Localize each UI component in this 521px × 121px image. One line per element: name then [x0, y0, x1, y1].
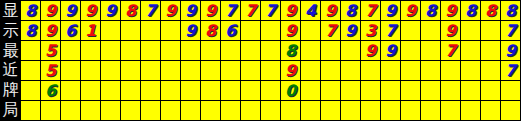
grid-cell-r6c9 — [181, 101, 201, 121]
grid-cell-r3c21 — [421, 41, 441, 61]
grid-cell-r1c1: 8 — [21, 1, 41, 21]
grid-cell-r1c15: 4 — [301, 1, 321, 21]
grid-cell-r6c10 — [201, 101, 221, 121]
grid-cell-r3c2: 5 — [41, 41, 61, 61]
grid-cell-r2c22: 9 — [441, 21, 461, 41]
grid-cell-r6c22 — [441, 101, 461, 121]
grid-cell-r3c24 — [481, 41, 501, 61]
grid-cell-r6c18 — [361, 101, 381, 121]
grid-cell-r2c20 — [401, 21, 421, 41]
grid-cell-r6c16 — [321, 101, 341, 121]
grid-cell-r5c3 — [61, 81, 81, 101]
recent-results-board: 显示最近牌局 899998799977794987998988889619869… — [0, 0, 521, 121]
grid-cell-r1c16: 9 — [321, 1, 341, 21]
grid-cell-r2c11: 6 — [221, 21, 241, 41]
grid-cell-r1c19: 9 — [381, 1, 401, 21]
grid-cell-r2c10: 8 — [201, 21, 221, 41]
grid-cell-r1c20: 9 — [401, 1, 421, 21]
board-title-char-5: 牌 — [0, 80, 21, 100]
grid-cell-r2c5 — [101, 21, 121, 41]
grid-cell-r5c7 — [141, 81, 161, 101]
grid-cell-r5c16 — [321, 81, 341, 101]
grid-cell-r6c11 — [221, 101, 241, 121]
grid-cell-r1c4: 9 — [81, 1, 101, 21]
grid-cell-r3c18: 9 — [361, 41, 381, 61]
grid-cell-r4c11 — [221, 61, 241, 81]
grid-cell-r4c13 — [261, 61, 281, 81]
grid-cell-r2c23 — [461, 21, 481, 41]
grid-cell-r2c15 — [301, 21, 321, 41]
grid-cell-r4c18 — [361, 61, 381, 81]
grid-cell-r4c6 — [121, 61, 141, 81]
grid-cell-r6c8 — [161, 101, 181, 121]
grid-cell-r1c14: 9 — [281, 1, 301, 21]
grid-cell-r1c9: 9 — [181, 1, 201, 21]
grid-cell-r4c10 — [201, 61, 221, 81]
grid-cell-r1c25: 8 — [501, 1, 521, 21]
grid-cell-r6c3 — [61, 101, 81, 121]
grid-cell-r2c25: 7 — [501, 21, 521, 41]
grid-cell-r4c7 — [141, 61, 161, 81]
grid-cell-r2c3: 6 — [61, 21, 81, 41]
grid-cell-r3c20 — [401, 41, 421, 61]
grid-cell-r1c23: 8 — [461, 1, 481, 21]
grid-cell-r3c5 — [101, 41, 121, 61]
grid-cell-r3c1 — [21, 41, 41, 61]
grid-cell-r3c7 — [141, 41, 161, 61]
grid-cell-r4c25: 7 — [501, 61, 521, 81]
grid-cell-r1c17: 8 — [341, 1, 361, 21]
board-title-char-6: 局 — [0, 100, 21, 120]
grid-cell-r3c9 — [181, 41, 201, 61]
grid-cell-r6c13 — [261, 101, 281, 121]
grid-cell-r1c10: 9 — [201, 1, 221, 21]
grid-cell-r2c21 — [421, 21, 441, 41]
grid-cell-r2c1: 8 — [21, 21, 41, 41]
grid-cell-r5c8 — [161, 81, 181, 101]
grid-cell-r5c20 — [401, 81, 421, 101]
grid-cell-r2c24 — [481, 21, 501, 41]
grid-cell-r5c18 — [361, 81, 381, 101]
grid-cell-r3c12 — [241, 41, 261, 61]
grid-cell-r2c13 — [261, 21, 281, 41]
grid-cell-r2c2: 9 — [41, 21, 61, 41]
grid-cell-r1c18: 7 — [361, 1, 381, 21]
grid-cell-r4c5 — [101, 61, 121, 81]
grid-cell-r5c15 — [301, 81, 321, 101]
grid-cell-r5c11 — [221, 81, 241, 101]
grid-cell-r4c9 — [181, 61, 201, 81]
grid-cell-r6c15 — [301, 101, 321, 121]
grid-cell-r3c16 — [321, 41, 341, 61]
board-title-char-1: 显 — [0, 1, 21, 21]
grid-cell-r4c23 — [461, 61, 481, 81]
grid-cell-r1c7: 7 — [141, 1, 161, 21]
grid-cell-r6c6 — [121, 101, 141, 121]
grid-cell-r4c16 — [321, 61, 341, 81]
grid-cell-r5c2: 6 — [41, 81, 61, 101]
grid-cell-r6c14 — [281, 101, 301, 121]
grid-cell-r5c6 — [121, 81, 141, 101]
grid-cell-r5c1 — [21, 81, 41, 101]
grid-cell-r4c1 — [21, 61, 41, 81]
grid-cell-r5c23 — [461, 81, 481, 101]
grid-cell-r3c3 — [61, 41, 81, 61]
grid-cell-r2c16: 7 — [321, 21, 341, 41]
grid-cell-r5c17 — [341, 81, 361, 101]
grid-cell-r6c25 — [501, 101, 521, 121]
grid-cell-r1c12: 7 — [241, 1, 261, 21]
grid-cell-r3c17 — [341, 41, 361, 61]
grid-cell-r2c4: 1 — [81, 21, 101, 41]
grid-cell-r6c23 — [461, 101, 481, 121]
grid-cell-r4c14: 9 — [281, 61, 301, 81]
grid-cell-r4c22 — [441, 61, 461, 81]
grid-cell-r5c25 — [501, 81, 521, 101]
grid-cell-r2c19: 7 — [381, 21, 401, 41]
grid-cell-r2c7 — [141, 21, 161, 41]
grid-cell-r6c24 — [481, 101, 501, 121]
grid-cell-r3c10 — [201, 41, 221, 61]
grid-cell-r5c21 — [421, 81, 441, 101]
board-title-char-3: 最 — [0, 41, 21, 61]
grid-cell-r3c6 — [121, 41, 141, 61]
grid-cell-r2c12 — [241, 21, 261, 41]
grid-cell-r4c19 — [381, 61, 401, 81]
grid-cell-r2c8 — [161, 21, 181, 41]
grid-cell-r1c5: 9 — [101, 1, 121, 21]
grid-cell-r6c5 — [101, 101, 121, 121]
grid-cell-r2c14: 9 — [281, 21, 301, 41]
grid-cell-r6c17 — [341, 101, 361, 121]
grid-cell-r3c13 — [261, 41, 281, 61]
grid-cell-r4c12 — [241, 61, 261, 81]
grid-cell-r1c2: 9 — [41, 1, 61, 21]
grid-cell-r5c14: 0 — [281, 81, 301, 101]
grid-cell-r6c1 — [21, 101, 41, 121]
grid-cell-r1c8: 9 — [161, 1, 181, 21]
grid-cell-r3c22: 7 — [441, 41, 461, 61]
grid-cell-r5c9 — [181, 81, 201, 101]
grid-cell-r4c8 — [161, 61, 181, 81]
grid-cell-r3c25: 9 — [501, 41, 521, 61]
grid-cell-r5c13 — [261, 81, 281, 101]
grid-cell-r1c13: 7 — [261, 1, 281, 21]
grid-cell-r1c3: 9 — [61, 1, 81, 21]
grid-cell-r1c6: 8 — [121, 1, 141, 21]
grid-cell-r6c2 — [41, 101, 61, 121]
board-title-char-2: 示 — [0, 21, 21, 41]
grid-cell-r6c7 — [141, 101, 161, 121]
grid-cell-r5c12 — [241, 81, 261, 101]
grid-cell-r6c21 — [421, 101, 441, 121]
grid-cell-r6c19 — [381, 101, 401, 121]
grid-cell-r5c5 — [101, 81, 121, 101]
grid-cell-r1c24: 8 — [481, 1, 501, 21]
grid-cell-r2c18: 3 — [361, 21, 381, 41]
grid-cell-r3c4 — [81, 41, 101, 61]
grid-cell-r3c8 — [161, 41, 181, 61]
grid-cell-r5c19 — [381, 81, 401, 101]
grid-cell-r1c11: 7 — [221, 1, 241, 21]
grid-cell-r2c6 — [121, 21, 141, 41]
grid-cell-r4c20 — [401, 61, 421, 81]
grid-cell-r3c15 — [301, 41, 321, 61]
grid-cell-r1c21: 8 — [421, 1, 441, 21]
grid-cell-r1c22: 9 — [441, 1, 461, 21]
grid-cell-r3c14: 8 — [281, 41, 301, 61]
grid-cell-r5c4 — [81, 81, 101, 101]
grid-cell-r4c21 — [421, 61, 441, 81]
grid-cell-r3c11 — [221, 41, 241, 61]
grid-cell-r4c24 — [481, 61, 501, 81]
grid-cell-r3c23 — [461, 41, 481, 61]
grid-cell-r5c10 — [201, 81, 221, 101]
grid-cell-r3c19: 9 — [381, 41, 401, 61]
grid-cell-r4c15 — [301, 61, 321, 81]
results-grid: 8999987999777949879989888896198697937975… — [21, 0, 521, 121]
board-title-vertical: 显示最近牌局 — [0, 0, 21, 121]
grid-cell-r5c22 — [441, 81, 461, 101]
grid-cell-r5c24 — [481, 81, 501, 101]
grid-cell-r4c17 — [341, 61, 361, 81]
grid-cell-r2c17: 9 — [341, 21, 361, 41]
grid-cell-r4c3 — [61, 61, 81, 81]
grid-cell-r6c20 — [401, 101, 421, 121]
board-title-char-4: 近 — [0, 60, 21, 80]
grid-cell-r4c2: 5 — [41, 61, 61, 81]
grid-cell-r6c12 — [241, 101, 261, 121]
grid-cell-r2c9: 9 — [181, 21, 201, 41]
grid-cell-r4c4 — [81, 61, 101, 81]
grid-cell-r6c4 — [81, 101, 101, 121]
